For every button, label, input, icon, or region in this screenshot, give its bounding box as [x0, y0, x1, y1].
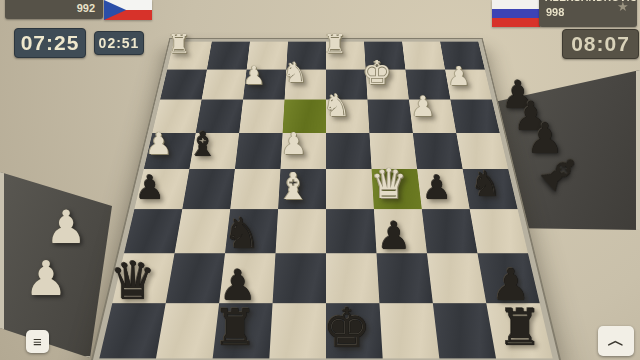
- player-rating-left: 992: [5, 1, 103, 14]
- piece-black-rook-a8[interactable]: ♜: [498, 303, 543, 353]
- piece-black-pawn-c6[interactable]: ♟: [377, 217, 411, 255]
- square-e6[interactable]: [276, 209, 326, 253]
- square-c8[interactable]: [379, 303, 439, 359]
- piece-white-king-c2[interactable]: ♚: [362, 56, 392, 89]
- game-screen: ♜♜♟♞♚♟♟♞♟♟♝♟♝♛♟♞♞♟♟♛♟♜♚♜ ♟♟♟♟♟♝ MICHALKO…: [0, 0, 640, 360]
- square-b4[interactable]: [413, 133, 463, 169]
- captured-piece: ♟: [45, 204, 86, 250]
- piece-white-knight-e2[interactable]: ♞: [282, 59, 307, 87]
- square-g6[interactable]: [175, 209, 231, 253]
- piece-white-pawn-e4[interactable]: ♟: [281, 129, 308, 159]
- piece-black-knight-a5[interactable]: ♞: [470, 167, 501, 202]
- square-f4[interactable]: [235, 133, 283, 169]
- piece-white-pawn-a2[interactable]: ♟: [447, 63, 470, 89]
- piece-black-bishop-g4[interactable]: ♝: [188, 127, 218, 161]
- piece-black-rook-f8[interactable]: ♜: [213, 303, 258, 353]
- square-d5[interactable]: [326, 169, 374, 209]
- square-d4[interactable]: [326, 133, 372, 169]
- collapse-button[interactable]: ︿: [598, 326, 634, 356]
- square-a6[interactable]: [470, 209, 528, 253]
- square-h6[interactable]: [124, 209, 182, 253]
- piece-white-bishop-e5[interactable]: ♝: [276, 168, 309, 205]
- square-b7[interactable]: [427, 253, 486, 303]
- square-g8[interactable]: [156, 303, 219, 359]
- square-b1[interactable]: [402, 42, 445, 70]
- square-f5[interactable]: [230, 169, 280, 209]
- square-b8[interactable]: [433, 303, 496, 359]
- square-f3[interactable]: [239, 100, 284, 133]
- player-panel-left: MICHALKOVINA 992: [5, 0, 103, 19]
- square-h8[interactable]: [99, 303, 165, 359]
- square-e8[interactable]: [269, 303, 326, 359]
- square-g7[interactable]: [166, 253, 225, 303]
- russia-flag-icon: [492, 0, 540, 27]
- piece-white-queen-c5[interactable]: ♛: [371, 164, 408, 205]
- square-e7[interactable]: [273, 253, 326, 303]
- square-c7[interactable]: [376, 253, 432, 303]
- square-d7[interactable]: [326, 253, 379, 303]
- piece-black-pawn-b5[interactable]: ♟: [422, 171, 452, 204]
- clock-left-secondary: 02:51: [94, 31, 144, 55]
- player-panel-right: ALEKSANDROVICH 998 ★: [539, 0, 637, 27]
- czech-flag-icon: [104, 0, 152, 20]
- piece-black-king-d8[interactable]: ♚: [323, 302, 371, 356]
- piece-white-pawn-f2[interactable]: ♟: [243, 63, 265, 88]
- clock-left-main: 07:25: [14, 28, 86, 58]
- menu-button[interactable]: ≡: [26, 330, 49, 353]
- square-h2[interactable]: [160, 69, 207, 99]
- piece-white-pawn-b3[interactable]: ♟: [410, 93, 435, 121]
- square-g5[interactable]: [182, 169, 235, 209]
- clock-right-main: 08:07: [562, 29, 639, 59]
- piece-black-pawn-h5[interactable]: ♟: [135, 171, 165, 204]
- square-g2[interactable]: [202, 69, 247, 99]
- captured-piece: ♟: [24, 254, 67, 302]
- piece-black-queen-h7[interactable]: ♛: [110, 255, 157, 307]
- piece-white-pawn-h4[interactable]: ♟: [146, 129, 173, 159]
- player-name-left: MICHALKOVINA: [5, 0, 103, 1]
- piece-white-knight-d3[interactable]: ♞: [323, 90, 351, 121]
- piece-white-rook-h1[interactable]: ♜: [167, 31, 190, 57]
- piece-white-rook-d1[interactable]: ♜: [323, 31, 346, 57]
- square-d6[interactable]: [326, 209, 376, 253]
- square-c3[interactable]: [367, 100, 412, 133]
- star-icon: ★: [617, 0, 629, 14]
- square-b6[interactable]: [422, 209, 478, 253]
- piece-black-knight-f6[interactable]: ♞: [223, 213, 261, 255]
- square-a3[interactable]: [450, 100, 499, 133]
